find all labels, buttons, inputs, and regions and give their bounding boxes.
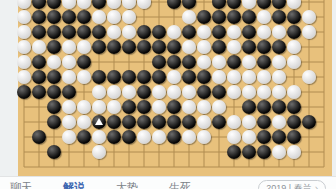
last-move-marker bbox=[95, 118, 103, 125]
black-stone[interactable] bbox=[62, 10, 76, 24]
white-stone[interactable] bbox=[197, 55, 211, 69]
black-stone[interactable] bbox=[167, 55, 181, 69]
white-stone[interactable] bbox=[242, 55, 256, 69]
black-stone[interactable] bbox=[47, 10, 61, 24]
black-stone[interactable] bbox=[182, 55, 196, 69]
white-stone[interactable] bbox=[242, 85, 256, 99]
white-stone[interactable] bbox=[62, 100, 76, 114]
white-stone[interactable] bbox=[107, 25, 121, 39]
white-stone[interactable] bbox=[302, 25, 316, 39]
white-stone[interactable] bbox=[272, 70, 286, 84]
black-stone[interactable] bbox=[122, 130, 136, 144]
black-stone[interactable] bbox=[242, 25, 256, 39]
white-stone[interactable] bbox=[17, 25, 31, 39]
black-stone[interactable] bbox=[287, 100, 301, 114]
white-stone[interactable] bbox=[167, 70, 181, 84]
white-stone[interactable] bbox=[272, 25, 286, 39]
black-stone[interactable] bbox=[77, 25, 91, 39]
black-stone[interactable] bbox=[272, 10, 286, 24]
white-stone[interactable] bbox=[227, 25, 241, 39]
black-stone[interactable] bbox=[77, 10, 91, 24]
white-stone[interactable] bbox=[122, 25, 136, 39]
white-stone[interactable] bbox=[287, 145, 301, 159]
white-stone[interactable] bbox=[107, 10, 121, 24]
tab-commentary[interactable]: 解说 bbox=[63, 180, 85, 189]
black-stone[interactable] bbox=[62, 25, 76, 39]
white-stone[interactable] bbox=[17, 70, 31, 84]
black-stone[interactable] bbox=[167, 130, 181, 144]
white-stone[interactable] bbox=[257, 25, 271, 39]
white-stone[interactable] bbox=[182, 40, 196, 54]
white-stone[interactable] bbox=[152, 100, 166, 114]
white-stone[interactable] bbox=[62, 130, 76, 144]
white-stone[interactable] bbox=[62, 40, 76, 54]
white-stone[interactable] bbox=[272, 55, 286, 69]
black-stone[interactable] bbox=[287, 130, 301, 144]
black-stone[interactable] bbox=[152, 115, 166, 129]
black-stone[interactable] bbox=[272, 100, 286, 114]
white-stone[interactable] bbox=[182, 85, 196, 99]
black-stone[interactable] bbox=[32, 55, 46, 69]
black-stone[interactable] bbox=[182, 25, 196, 39]
black-stone[interactable] bbox=[227, 10, 241, 24]
black-stone[interactable] bbox=[17, 85, 31, 99]
white-stone[interactable] bbox=[227, 130, 241, 144]
black-stone[interactable] bbox=[197, 10, 211, 24]
black-stone[interactable] bbox=[197, 85, 211, 99]
white-stone[interactable] bbox=[182, 10, 196, 24]
black-stone[interactable] bbox=[47, 85, 61, 99]
white-stone[interactable] bbox=[77, 40, 91, 54]
black-stone[interactable] bbox=[212, 85, 226, 99]
black-stone[interactable] bbox=[47, 115, 61, 129]
white-stone[interactable] bbox=[92, 145, 106, 159]
black-stone[interactable] bbox=[107, 130, 121, 144]
white-stone[interactable] bbox=[137, 130, 151, 144]
white-stone[interactable] bbox=[77, 115, 91, 129]
white-stone[interactable] bbox=[197, 100, 211, 114]
white-stone[interactable] bbox=[212, 70, 226, 84]
white-stone[interactable] bbox=[197, 115, 211, 129]
tab-chat[interactable]: 聊天 bbox=[10, 180, 32, 189]
black-stone[interactable] bbox=[47, 100, 61, 114]
white-stone[interactable] bbox=[62, 55, 76, 69]
black-stone[interactable] bbox=[257, 100, 271, 114]
white-stone[interactable] bbox=[17, 40, 31, 54]
white-stone[interactable] bbox=[17, 55, 31, 69]
white-stone[interactable] bbox=[257, 10, 271, 24]
black-stone[interactable] bbox=[137, 70, 151, 84]
white-stone[interactable] bbox=[227, 85, 241, 99]
white-stone[interactable] bbox=[62, 70, 76, 84]
black-stone[interactable] bbox=[152, 55, 166, 69]
black-stone[interactable] bbox=[242, 100, 256, 114]
black-stone[interactable] bbox=[257, 130, 271, 144]
event-pill-label: 2019 | 春兰 bbox=[266, 182, 311, 189]
white-stone[interactable] bbox=[152, 85, 166, 99]
white-stone[interactable] bbox=[242, 130, 256, 144]
black-stone[interactable] bbox=[242, 10, 256, 24]
white-stone[interactable] bbox=[287, 40, 301, 54]
black-stone[interactable] bbox=[137, 85, 151, 99]
black-stone[interactable] bbox=[122, 70, 136, 84]
black-stone[interactable] bbox=[62, 85, 76, 99]
black-stone[interactable] bbox=[167, 40, 181, 54]
black-stone[interactable] bbox=[152, 40, 166, 54]
black-stone[interactable] bbox=[272, 40, 286, 54]
event-pill-button[interactable]: 2019 | 春兰 › bbox=[258, 180, 326, 189]
black-stone[interactable] bbox=[242, 40, 256, 54]
black-stone[interactable] bbox=[47, 145, 61, 159]
black-stone[interactable] bbox=[137, 100, 151, 114]
black-stone[interactable] bbox=[197, 70, 211, 84]
app-screen: 聊天 解说 大势 生死 2019 | 春兰 › bbox=[0, 0, 336, 189]
white-stone[interactable] bbox=[92, 10, 106, 24]
white-stone[interactable] bbox=[107, 85, 121, 99]
white-stone[interactable] bbox=[302, 70, 316, 84]
black-stone[interactable] bbox=[92, 40, 106, 54]
tab-lifedeath[interactable]: 生死 bbox=[169, 180, 191, 189]
go-board[interactable] bbox=[18, 0, 332, 176]
white-stone[interactable] bbox=[212, 55, 226, 69]
black-stone[interactable] bbox=[227, 55, 241, 69]
white-stone[interactable] bbox=[257, 85, 271, 99]
white-stone[interactable] bbox=[257, 70, 271, 84]
white-stone[interactable] bbox=[197, 130, 211, 144]
black-stone[interactable] bbox=[92, 25, 106, 39]
black-stone[interactable] bbox=[47, 40, 61, 54]
black-stone[interactable] bbox=[32, 25, 46, 39]
white-stone[interactable] bbox=[62, 115, 76, 129]
black-stone[interactable] bbox=[167, 115, 181, 129]
white-stone[interactable] bbox=[242, 115, 256, 129]
white-stone[interactable] bbox=[227, 40, 241, 54]
white-stone[interactable] bbox=[287, 55, 301, 69]
black-stone[interactable] bbox=[107, 70, 121, 84]
black-stone[interactable] bbox=[212, 25, 226, 39]
black-stone[interactable] bbox=[212, 115, 226, 129]
black-stone[interactable] bbox=[32, 10, 46, 24]
black-stone[interactable] bbox=[77, 130, 91, 144]
black-stone[interactable] bbox=[242, 145, 256, 159]
black-stone[interactable] bbox=[287, 25, 301, 39]
black-stone[interactable] bbox=[107, 115, 121, 129]
white-stone[interactable] bbox=[47, 55, 61, 69]
chevron-right-icon: › bbox=[315, 183, 318, 189]
white-stone[interactable] bbox=[287, 85, 301, 99]
black-stone[interactable] bbox=[167, 100, 181, 114]
white-stone[interactable] bbox=[92, 100, 106, 114]
black-stone[interactable] bbox=[287, 10, 301, 24]
black-stone[interactable] bbox=[32, 130, 46, 144]
black-stone[interactable] bbox=[272, 130, 286, 144]
white-stone[interactable] bbox=[167, 25, 181, 39]
black-stone[interactable] bbox=[92, 70, 106, 84]
white-stone[interactable] bbox=[197, 40, 211, 54]
white-stone[interactable] bbox=[272, 145, 286, 159]
white-stone[interactable] bbox=[242, 70, 256, 84]
white-stone[interactable] bbox=[107, 100, 121, 114]
white-stone[interactable] bbox=[182, 130, 196, 144]
tab-trend[interactable]: 大势 bbox=[116, 180, 138, 189]
black-stone[interactable] bbox=[287, 115, 301, 129]
white-stone[interactable] bbox=[212, 100, 226, 114]
black-stone[interactable] bbox=[137, 25, 151, 39]
white-stone[interactable] bbox=[92, 85, 106, 99]
white-stone[interactable] bbox=[182, 100, 196, 114]
black-stone[interactable] bbox=[77, 55, 91, 69]
white-stone[interactable] bbox=[167, 85, 181, 99]
black-stone[interactable] bbox=[122, 40, 136, 54]
black-stone[interactable] bbox=[122, 100, 136, 114]
white-stone[interactable] bbox=[227, 70, 241, 84]
white-stone[interactable] bbox=[17, 10, 31, 24]
black-stone[interactable] bbox=[47, 70, 61, 84]
black-stone[interactable] bbox=[137, 115, 151, 129]
black-stone[interactable] bbox=[182, 115, 196, 129]
black-stone[interactable] bbox=[212, 10, 226, 24]
black-stone[interactable] bbox=[32, 70, 46, 84]
white-stone[interactable] bbox=[92, 130, 106, 144]
black-stone[interactable] bbox=[182, 70, 196, 84]
white-stone[interactable] bbox=[302, 10, 316, 24]
white-stone[interactable] bbox=[32, 40, 46, 54]
black-stone[interactable] bbox=[257, 145, 271, 159]
white-stone[interactable] bbox=[152, 130, 166, 144]
black-stone[interactable] bbox=[122, 115, 136, 129]
black-stone[interactable] bbox=[257, 40, 271, 54]
black-stone[interactable] bbox=[227, 145, 241, 159]
black-stone[interactable] bbox=[257, 55, 271, 69]
black-stone[interactable] bbox=[137, 40, 151, 54]
bottom-tab-bar: 聊天 解说 大势 生死 2019 | 春兰 › bbox=[0, 176, 336, 189]
white-stone[interactable] bbox=[272, 85, 286, 99]
black-stone[interactable] bbox=[152, 70, 166, 84]
black-stone[interactable] bbox=[152, 25, 166, 39]
white-stone[interactable] bbox=[122, 10, 136, 24]
black-stone[interactable] bbox=[32, 85, 46, 99]
white-stone[interactable] bbox=[77, 100, 91, 114]
black-stone[interactable] bbox=[47, 25, 61, 39]
black-stone[interactable] bbox=[212, 40, 226, 54]
white-stone[interactable] bbox=[77, 70, 91, 84]
white-stone[interactable] bbox=[197, 25, 211, 39]
white-stone[interactable] bbox=[227, 115, 241, 129]
black-stone[interactable] bbox=[302, 115, 316, 129]
black-stone[interactable] bbox=[107, 40, 121, 54]
white-stone[interactable] bbox=[122, 85, 136, 99]
black-stone[interactable] bbox=[257, 115, 271, 129]
white-stone[interactable] bbox=[272, 115, 286, 129]
